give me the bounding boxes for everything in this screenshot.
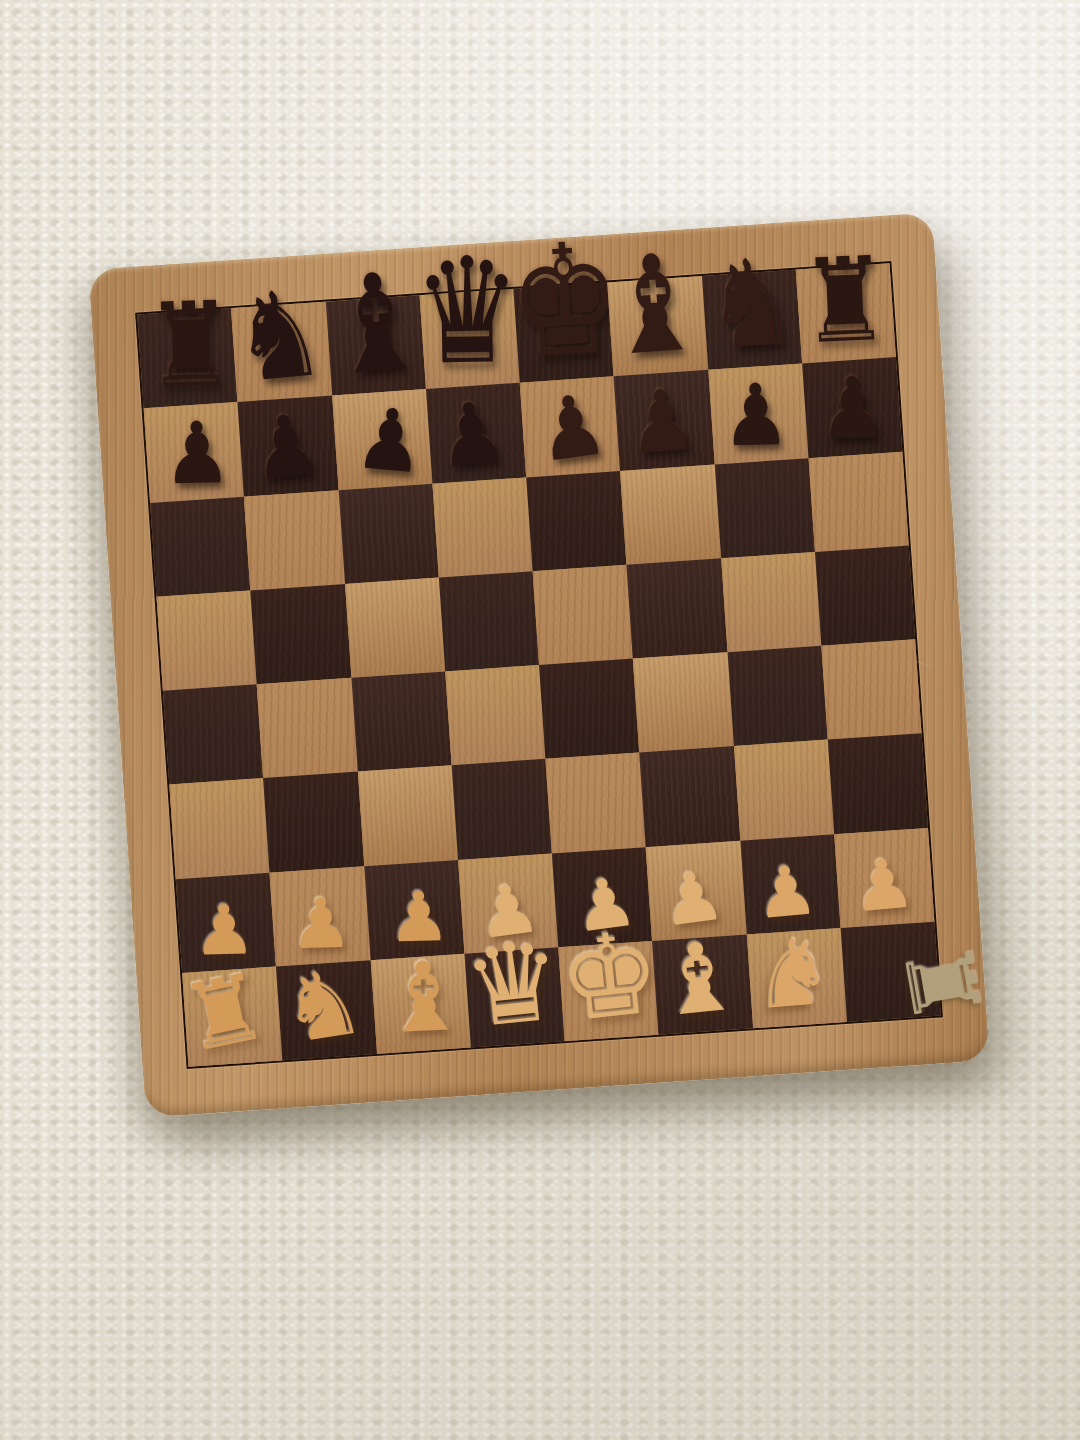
- square-c7[interactable]: ♟: [332, 389, 432, 489]
- square-d8[interactable]: ♛: [419, 289, 519, 389]
- square-b5[interactable]: [250, 584, 350, 684]
- black-knight-g8[interactable]: ♞: [702, 241, 801, 367]
- square-f7[interactable]: ♟: [614, 370, 714, 470]
- square-e7[interactable]: ♟: [520, 376, 620, 476]
- carpet-background: ♜♞♝♛♚♝♞♜♟♟♟♟♟♟♟♟♟♟♟♟♟♟♟♟♜♞♝♛♚♝♞♜: [0, 0, 1080, 1440]
- black-pawn-d7[interactable]: ♟: [433, 388, 510, 480]
- square-f4[interactable]: [633, 652, 733, 752]
- square-d3[interactable]: [451, 759, 551, 859]
- square-g3[interactable]: [733, 740, 833, 840]
- square-f3[interactable]: [639, 746, 739, 846]
- square-c8[interactable]: ♝: [325, 295, 425, 395]
- white-rook-a1[interactable]: ♜: [175, 960, 275, 1067]
- square-g1[interactable]: ♞: [746, 928, 846, 1028]
- square-a3[interactable]: [169, 778, 269, 878]
- black-pawn-b7[interactable]: ♟: [248, 401, 325, 493]
- square-g7[interactable]: ♟: [708, 364, 808, 464]
- square-b4[interactable]: [257, 678, 357, 778]
- square-g8[interactable]: ♞: [701, 270, 801, 370]
- black-pawn-h7[interactable]: ♟: [817, 365, 887, 452]
- black-bishop-f8[interactable]: ♝: [600, 235, 708, 376]
- square-a6[interactable]: [150, 496, 250, 596]
- square-a1[interactable]: ♜: [182, 966, 282, 1066]
- square-c6[interactable]: [338, 483, 438, 583]
- black-knight-b8[interactable]: ♞: [228, 273, 330, 401]
- square-e3[interactable]: [545, 753, 645, 853]
- square-a5[interactable]: [156, 590, 256, 690]
- square-e8[interactable]: ♚: [513, 282, 613, 382]
- black-pawn-f7[interactable]: ♟: [625, 377, 699, 467]
- black-rook-a8[interactable]: ♜: [144, 286, 235, 404]
- white-bishop-f1[interactable]: ♝: [651, 927, 747, 1031]
- square-h5[interactable]: [815, 545, 915, 645]
- white-pawn-h2[interactable]: ♟: [849, 848, 918, 922]
- white-bishop-c1[interactable]: ♝: [379, 948, 469, 1048]
- square-e6[interactable]: [526, 471, 626, 571]
- white-knight-g1[interactable]: ♞: [747, 925, 837, 1023]
- square-d4[interactable]: [445, 665, 545, 765]
- black-pawn-c7[interactable]: ♟: [352, 395, 427, 486]
- square-f1[interactable]: ♝: [652, 934, 752, 1034]
- square-b1[interactable]: ♞: [276, 960, 376, 1060]
- square-a8[interactable]: ♜: [137, 308, 237, 408]
- square-e1[interactable]: ♚: [558, 941, 658, 1041]
- square-g4[interactable]: [727, 646, 827, 746]
- white-rook-h1[interactable]: ♜: [888, 935, 993, 1032]
- white-knight-b1[interactable]: ♞: [275, 955, 371, 1059]
- square-b6[interactable]: [244, 490, 344, 590]
- board-grid: ♜♞♝♛♚♝♞♜♟♟♟♟♟♟♟♟♟♟♟♟♟♟♟♟♜♞♝♛♚♝♞♜: [135, 261, 943, 1069]
- square-d1[interactable]: ♛: [464, 947, 564, 1047]
- square-d7[interactable]: ♟: [426, 383, 526, 483]
- square-f5[interactable]: [627, 558, 727, 658]
- square-g6[interactable]: [714, 458, 814, 558]
- square-a7[interactable]: ♟: [144, 402, 244, 502]
- black-pawn-e7[interactable]: ♟: [532, 381, 611, 475]
- white-king-e1[interactable]: ♚: [554, 914, 666, 1038]
- square-d6[interactable]: [432, 477, 532, 577]
- square-h2[interactable]: ♟: [834, 827, 934, 927]
- black-rook-h8[interactable]: ♜: [798, 241, 891, 360]
- black-pawn-g7[interactable]: ♟: [720, 372, 790, 459]
- square-c5[interactable]: [345, 577, 445, 677]
- square-f6[interactable]: [620, 464, 720, 564]
- chess-board: ♜♞♝♛♚♝♞♜♟♟♟♟♟♟♟♟♟♟♟♟♟♟♟♟♜♞♝♛♚♝♞♜: [88, 212, 990, 1118]
- square-b3[interactable]: [263, 772, 363, 872]
- white-queen-d1[interactable]: ♛: [459, 925, 567, 1045]
- square-e5[interactable]: [533, 565, 633, 665]
- square-f8[interactable]: ♝: [607, 276, 707, 376]
- square-h4[interactable]: [821, 639, 921, 739]
- square-h8[interactable]: ♜: [795, 263, 895, 363]
- square-b7[interactable]: ♟: [238, 396, 338, 496]
- square-b8[interactable]: ♞: [231, 302, 331, 402]
- black-pawn-a7[interactable]: ♟: [162, 410, 232, 497]
- square-c3[interactable]: [357, 765, 457, 865]
- square-e4[interactable]: [539, 659, 639, 759]
- square-a4[interactable]: [163, 684, 263, 784]
- square-h3[interactable]: [828, 733, 928, 833]
- square-d5[interactable]: [439, 571, 539, 671]
- square-h7[interactable]: ♟: [802, 357, 902, 457]
- square-c1[interactable]: ♝: [370, 954, 470, 1054]
- square-g5[interactable]: [721, 552, 821, 652]
- square-h6[interactable]: [808, 451, 908, 551]
- square-h1[interactable]: ♜: [840, 921, 940, 1021]
- square-c4[interactable]: [351, 671, 451, 771]
